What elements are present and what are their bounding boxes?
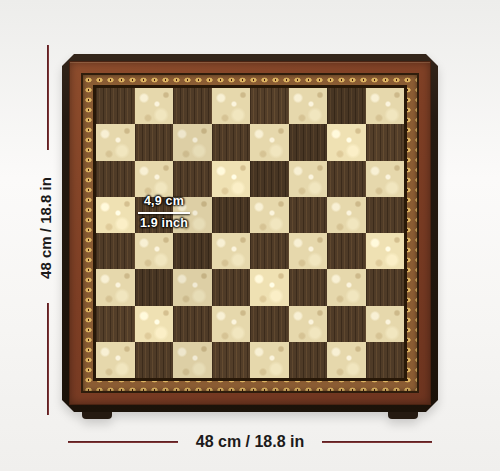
square-a4 (96, 233, 135, 269)
square-g2 (327, 306, 366, 342)
square-h7 (366, 124, 405, 160)
square-e3 (250, 269, 289, 305)
square-f3 (289, 269, 328, 305)
left-dimension-line-bottom (47, 303, 49, 415)
square-g6 (327, 161, 366, 197)
product-photo-stage: 4,9 cm 1.9 inch 48 cm / 18.8 in 48 cm / … (0, 0, 500, 471)
square-size-cm-text: 4,9 cm (133, 194, 195, 210)
left-dimension-line-top (47, 45, 49, 150)
square-b8 (135, 88, 174, 124)
chess-board (62, 54, 438, 412)
square-size-label: 4,9 cm 1.9 inch (133, 194, 195, 231)
square-f7 (289, 124, 328, 160)
square-a1 (96, 342, 135, 378)
square-d5 (212, 197, 251, 233)
square-b3 (135, 269, 174, 305)
left-dimension-label: 48 cm / 18.8 in (37, 172, 55, 284)
square-h4 (366, 233, 405, 269)
square-e4 (250, 233, 289, 269)
playing-field (96, 88, 404, 378)
square-c7 (173, 124, 212, 160)
square-a8 (96, 88, 135, 124)
square-g4 (327, 233, 366, 269)
square-h1 (366, 342, 405, 378)
square-h6 (366, 161, 405, 197)
square-e1 (250, 342, 289, 378)
square-a3 (96, 269, 135, 305)
square-b4 (135, 233, 174, 269)
square-c2 (173, 306, 212, 342)
square-d2 (212, 306, 251, 342)
square-h5 (366, 197, 405, 233)
bottom-dimension-line-left (68, 441, 178, 443)
square-e8 (250, 88, 289, 124)
square-c6 (173, 161, 212, 197)
square-size-underline (138, 212, 190, 214)
square-size-inch-text: 1.9 inch (133, 216, 195, 232)
square-h2 (366, 306, 405, 342)
square-b7 (135, 124, 174, 160)
bottom-dimension-label: 48 cm / 18.8 in (196, 433, 305, 451)
square-b6 (135, 161, 174, 197)
bottom-dimension-line-right (322, 441, 432, 443)
square-a5 (96, 197, 135, 233)
square-g7 (327, 124, 366, 160)
board-outer-edge (62, 54, 438, 412)
square-f8 (289, 88, 328, 124)
square-d3 (212, 269, 251, 305)
square-d4 (212, 233, 251, 269)
square-c1 (173, 342, 212, 378)
square-g8 (327, 88, 366, 124)
square-d6 (212, 161, 251, 197)
square-h3 (366, 269, 405, 305)
square-f2 (289, 306, 328, 342)
square-d1 (212, 342, 251, 378)
square-h8 (366, 88, 405, 124)
square-f4 (289, 233, 328, 269)
square-c4 (173, 233, 212, 269)
square-b1 (135, 342, 174, 378)
square-b2 (135, 306, 174, 342)
board-inner-border (93, 85, 407, 381)
square-e7 (250, 124, 289, 160)
square-f5 (289, 197, 328, 233)
square-f1 (289, 342, 328, 378)
square-a7 (96, 124, 135, 160)
square-d8 (212, 88, 251, 124)
square-c8 (173, 88, 212, 124)
mahogany-frame (69, 61, 431, 405)
square-f6 (289, 161, 328, 197)
square-e6 (250, 161, 289, 197)
square-d7 (212, 124, 251, 160)
square-e2 (250, 306, 289, 342)
square-e5 (250, 197, 289, 233)
square-g3 (327, 269, 366, 305)
inlay-mosaic-border (81, 73, 419, 393)
square-c3 (173, 269, 212, 305)
square-g1 (327, 342, 366, 378)
square-a6 (96, 161, 135, 197)
square-a2 (96, 306, 135, 342)
square-g5 (327, 197, 366, 233)
